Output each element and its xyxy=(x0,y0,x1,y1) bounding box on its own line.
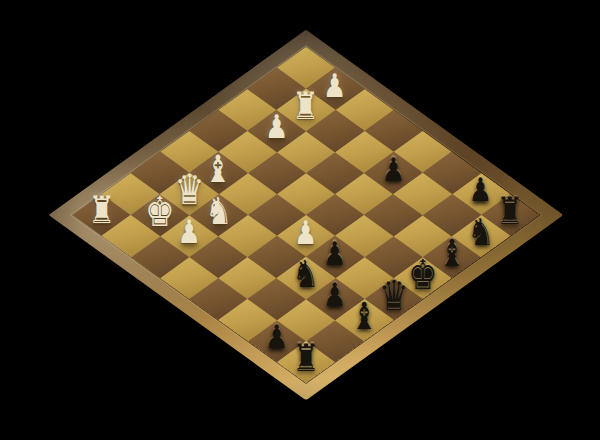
piece-white-pawn-h2[interactable]: ♟ xyxy=(324,69,347,102)
piece-black-pawn-a7[interactable]: ♟ xyxy=(265,321,288,354)
piece-black-pawn-g5[interactable]: ♟ xyxy=(382,153,405,186)
piece-white-pawn-b3[interactable]: ♟ xyxy=(178,216,201,249)
piece-white-queen-c2[interactable]: ♛ xyxy=(175,170,205,211)
piece-black-rook-h8[interactable]: ♜ xyxy=(497,192,524,230)
board-grid: ♟♟♜♜♟♞♟♝♚♝♟♟♛♛♞♞♟♝♚♟♜♟♜ xyxy=(73,47,540,383)
piece-black-queen-d8[interactable]: ♛ xyxy=(379,275,409,316)
piece-black-knight-c6[interactable]: ♞ xyxy=(293,255,320,293)
chessboard: ♟♟♜♜♟♞♟♝♚♝♟♟♛♛♞♞♟♝♚♟♜♟♜ xyxy=(49,30,564,401)
piece-black-pawn-c7[interactable]: ♟ xyxy=(324,279,347,312)
piece-black-bishop-c8[interactable]: ♝ xyxy=(351,297,378,335)
piece-black-rook-a8[interactable]: ♜ xyxy=(293,339,320,377)
piece-white-knight-c3[interactable]: ♞ xyxy=(205,192,232,230)
piece-white-bishop-d2[interactable]: ♝ xyxy=(205,150,232,188)
board-frame: ♟♟♜♜♟♞♟♝♚♝♟♟♛♛♞♞♟♝♚♟♜♟♜ xyxy=(49,30,564,401)
piece-white-pawn-f2[interactable]: ♟ xyxy=(265,111,288,144)
piece-black-knight-g8[interactable]: ♞ xyxy=(468,213,495,251)
piece-white-rook-g2[interactable]: ♜ xyxy=(293,87,320,125)
piece-black-pawn-d6[interactable]: ♟ xyxy=(324,237,347,270)
piece-black-king-e8[interactable]: ♚ xyxy=(408,254,438,295)
chess-photo-scene: ♟♟♜♜♟♞♟♝♚♝♟♟♛♛♞♞♟♝♚♟♜♟♜ xyxy=(0,0,600,440)
piece-white-rook-a1[interactable]: ♜ xyxy=(88,192,115,230)
piece-black-bishop-f8[interactable]: ♝ xyxy=(438,234,465,272)
piece-white-pawn-d5[interactable]: ♟ xyxy=(294,216,317,249)
piece-white-king-b2[interactable]: ♚ xyxy=(145,191,175,232)
piece-black-pawn-h7[interactable]: ♟ xyxy=(469,174,492,207)
